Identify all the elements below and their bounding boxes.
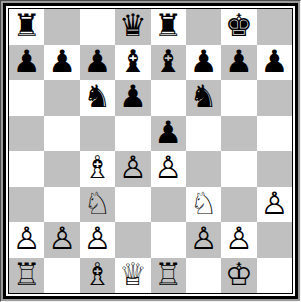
- square-b7[interactable]: ♟: [44, 45, 79, 81]
- square-f3[interactable]: ♘: [186, 187, 221, 223]
- square-h4[interactable]: [257, 151, 292, 187]
- square-g4[interactable]: [221, 151, 256, 187]
- black-pawn[interactable]: ♟: [13, 46, 41, 77]
- square-a7[interactable]: ♟: [9, 45, 44, 81]
- white-queen[interactable]: ♕: [119, 259, 147, 290]
- square-f6[interactable]: ♞: [186, 80, 221, 116]
- square-g6[interactable]: [221, 80, 256, 116]
- square-b5[interactable]: [44, 116, 79, 152]
- square-b3[interactable]: [44, 187, 79, 223]
- square-g2[interactable]: ♙: [221, 222, 256, 258]
- square-a3[interactable]: [9, 187, 44, 223]
- square-e7[interactable]: ♝: [151, 45, 186, 81]
- white-king[interactable]: ♔: [225, 259, 253, 290]
- black-pawn[interactable]: ♟: [119, 81, 147, 112]
- square-h1[interactable]: [257, 258, 292, 294]
- square-a8[interactable]: ♜: [9, 9, 44, 45]
- square-e1[interactable]: ♖: [151, 258, 186, 294]
- square-d1[interactable]: ♕: [115, 258, 150, 294]
- black-knight[interactable]: ♞: [84, 81, 112, 112]
- white-pawn[interactable]: ♙: [48, 223, 76, 254]
- white-bishop[interactable]: ♗: [84, 259, 112, 290]
- square-a5[interactable]: [9, 116, 44, 152]
- white-knight[interactable]: ♘: [84, 188, 112, 219]
- square-f5[interactable]: [186, 116, 221, 152]
- square-f1[interactable]: [186, 258, 221, 294]
- square-e6[interactable]: [151, 80, 186, 116]
- square-e4[interactable]: ♙: [151, 151, 186, 187]
- square-f2[interactable]: ♙: [186, 222, 221, 258]
- board-frame: ♜♛♜♚♟♟♟♝♝♟♟♟♞♟♞♟♗♙♙♘♘♙♙♙♙♙♙♖♗♕♖♔: [0, 0, 301, 302]
- black-bishop[interactable]: ♝: [154, 46, 182, 77]
- square-g5[interactable]: [221, 116, 256, 152]
- square-c3[interactable]: ♘: [80, 187, 115, 223]
- square-a1[interactable]: ♖: [9, 258, 44, 294]
- square-h8[interactable]: [257, 9, 292, 45]
- square-f4[interactable]: [186, 151, 221, 187]
- white-pawn[interactable]: ♙: [119, 152, 147, 183]
- square-b8[interactable]: [44, 9, 79, 45]
- white-pawn[interactable]: ♙: [13, 223, 41, 254]
- square-c7[interactable]: ♟: [80, 45, 115, 81]
- square-c2[interactable]: ♙: [80, 222, 115, 258]
- square-c6[interactable]: ♞: [80, 80, 115, 116]
- square-d3[interactable]: [115, 187, 150, 223]
- square-c8[interactable]: [80, 9, 115, 45]
- black-knight[interactable]: ♞: [190, 81, 218, 112]
- white-rook[interactable]: ♖: [13, 259, 41, 290]
- black-rook[interactable]: ♜: [13, 10, 41, 41]
- square-g7[interactable]: ♟: [221, 45, 256, 81]
- white-pawn[interactable]: ♙: [154, 152, 182, 183]
- black-pawn[interactable]: ♟: [48, 46, 76, 77]
- square-a4[interactable]: [9, 151, 44, 187]
- board-frame-inner: ♜♛♜♚♟♟♟♝♝♟♟♟♞♟♞♟♗♙♙♘♘♙♙♙♙♙♙♖♗♕♖♔: [3, 3, 298, 299]
- square-h7[interactable]: ♟: [257, 45, 292, 81]
- white-pawn[interactable]: ♙: [84, 223, 112, 254]
- square-c5[interactable]: [80, 116, 115, 152]
- black-rook[interactable]: ♜: [154, 10, 182, 41]
- square-d5[interactable]: [115, 116, 150, 152]
- square-b1[interactable]: [44, 258, 79, 294]
- black-pawn[interactable]: ♟: [84, 46, 112, 77]
- square-d7[interactable]: ♝: [115, 45, 150, 81]
- square-h5[interactable]: [257, 116, 292, 152]
- square-g3[interactable]: [221, 187, 256, 223]
- square-g1[interactable]: ♔: [221, 258, 256, 294]
- square-d6[interactable]: ♟: [115, 80, 150, 116]
- square-g8[interactable]: ♚: [221, 9, 256, 45]
- square-h3[interactable]: ♙: [257, 187, 292, 223]
- square-b6[interactable]: [44, 80, 79, 116]
- white-pawn[interactable]: ♙: [225, 223, 253, 254]
- square-h6[interactable]: [257, 80, 292, 116]
- black-pawn[interactable]: ♟: [154, 117, 182, 148]
- square-d8[interactable]: ♛: [115, 9, 150, 45]
- square-e3[interactable]: [151, 187, 186, 223]
- square-h2[interactable]: [257, 222, 292, 258]
- square-e8[interactable]: ♜: [151, 9, 186, 45]
- white-pawn[interactable]: ♙: [260, 188, 288, 219]
- square-d4[interactable]: ♙: [115, 151, 150, 187]
- black-bishop[interactable]: ♝: [119, 46, 147, 77]
- black-pawn[interactable]: ♟: [225, 46, 253, 77]
- white-bishop[interactable]: ♗: [84, 152, 112, 183]
- square-b2[interactable]: ♙: [44, 222, 79, 258]
- square-e2[interactable]: [151, 222, 186, 258]
- square-e5[interactable]: ♟: [151, 116, 186, 152]
- square-f8[interactable]: [186, 9, 221, 45]
- white-rook[interactable]: ♖: [154, 259, 182, 290]
- black-pawn[interactable]: ♟: [260, 46, 288, 77]
- square-a2[interactable]: ♙: [9, 222, 44, 258]
- black-king[interactable]: ♚: [225, 10, 253, 41]
- square-c4[interactable]: ♗: [80, 151, 115, 187]
- white-pawn[interactable]: ♙: [190, 223, 218, 254]
- black-pawn[interactable]: ♟: [190, 46, 218, 77]
- square-d2[interactable]: [115, 222, 150, 258]
- square-a6[interactable]: [9, 80, 44, 116]
- board-frame-gap: ♜♛♜♚♟♟♟♝♝♟♟♟♞♟♞♟♗♙♙♘♘♙♙♙♙♙♙♖♗♕♖♔: [6, 6, 295, 296]
- chess-board: ♜♛♜♚♟♟♟♝♝♟♟♟♞♟♞♟♗♙♙♘♘♙♙♙♙♙♙♖♗♕♖♔: [8, 8, 293, 294]
- square-c1[interactable]: ♗: [80, 258, 115, 294]
- black-queen[interactable]: ♛: [119, 10, 147, 41]
- white-knight[interactable]: ♘: [190, 188, 218, 219]
- square-b4[interactable]: [44, 151, 79, 187]
- square-f7[interactable]: ♟: [186, 45, 221, 81]
